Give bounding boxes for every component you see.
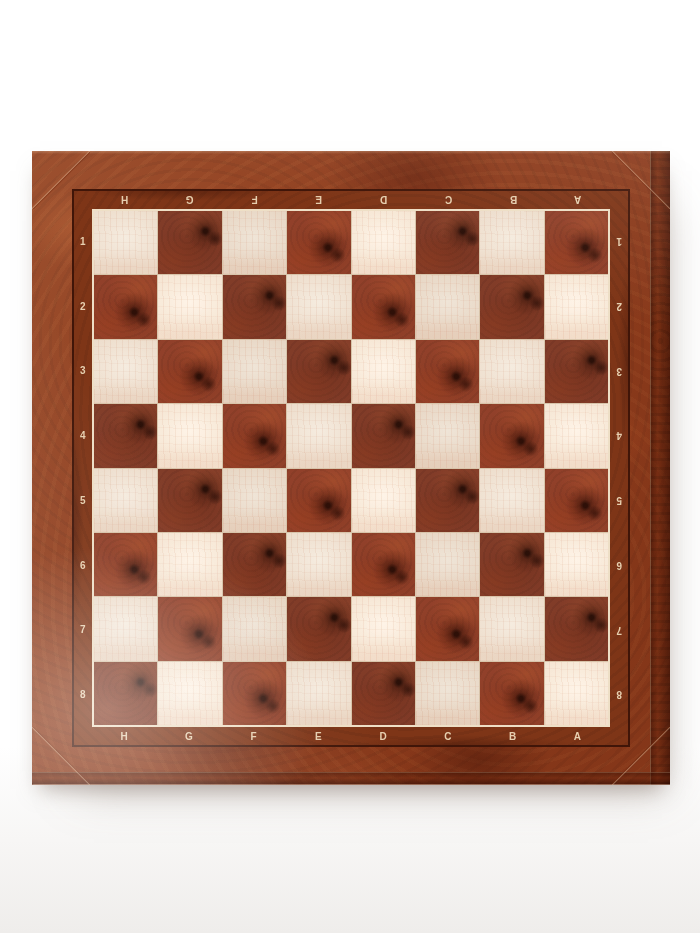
square-c8[interactable] xyxy=(416,662,479,725)
rank-label: 5 xyxy=(74,468,92,533)
square-f1[interactable] xyxy=(223,211,286,274)
square-b6[interactable] xyxy=(480,533,543,596)
square-h8[interactable] xyxy=(94,662,157,725)
square-c6[interactable] xyxy=(416,533,479,596)
square-d2[interactable] xyxy=(352,275,415,338)
square-c1[interactable] xyxy=(416,211,479,274)
square-b2[interactable] xyxy=(480,275,543,338)
coordinate-border: HGFEDCBA 12345678 12345678 HGFEDCBA xyxy=(72,189,630,747)
square-b5[interactable] xyxy=(480,469,543,532)
square-h2[interactable] xyxy=(94,275,157,338)
rank-label: 4 xyxy=(74,403,92,468)
square-c5[interactable] xyxy=(416,469,479,532)
square-e7[interactable] xyxy=(287,597,350,660)
file-label: D xyxy=(351,191,416,209)
square-e4[interactable] xyxy=(287,404,350,467)
square-d1[interactable] xyxy=(352,211,415,274)
rank-label: 3 xyxy=(610,339,628,404)
square-d7[interactable] xyxy=(352,597,415,660)
file-label: A xyxy=(545,191,610,209)
board-edge-top-highlight xyxy=(32,151,670,154)
file-label: B xyxy=(481,191,546,209)
rank-label: 7 xyxy=(610,598,628,663)
rank-label: 7 xyxy=(74,598,92,663)
square-f6[interactable] xyxy=(223,533,286,596)
rank-label: 1 xyxy=(610,209,628,274)
file-label: G xyxy=(157,191,222,209)
square-f5[interactable] xyxy=(223,469,286,532)
square-g5[interactable] xyxy=(158,469,221,532)
square-a6[interactable] xyxy=(545,533,608,596)
file-label: C xyxy=(416,191,481,209)
file-label: H xyxy=(92,191,157,209)
square-f7[interactable] xyxy=(223,597,286,660)
square-b4[interactable] xyxy=(480,404,543,467)
square-a1[interactable] xyxy=(545,211,608,274)
square-g6[interactable] xyxy=(158,533,221,596)
square-b1[interactable] xyxy=(480,211,543,274)
square-a2[interactable] xyxy=(545,275,608,338)
rank-label: 4 xyxy=(610,403,628,468)
rank-label: 8 xyxy=(74,662,92,727)
square-h1[interactable] xyxy=(94,211,157,274)
rank-label: 6 xyxy=(610,533,628,598)
file-label: F xyxy=(222,727,287,745)
square-g4[interactable] xyxy=(158,404,221,467)
square-c4[interactable] xyxy=(416,404,479,467)
square-f4[interactable] xyxy=(223,404,286,467)
square-a3[interactable] xyxy=(545,340,608,403)
square-h6[interactable] xyxy=(94,533,157,596)
square-e5[interactable] xyxy=(287,469,350,532)
file-label: F xyxy=(222,191,287,209)
square-e6[interactable] xyxy=(287,533,350,596)
file-label: D xyxy=(351,727,416,745)
rank-label: 6 xyxy=(74,533,92,598)
file-label: G xyxy=(157,727,222,745)
file-label: E xyxy=(286,727,351,745)
square-g7[interactable] xyxy=(158,597,221,660)
square-h3[interactable] xyxy=(94,340,157,403)
rank-labels-left: 12345678 xyxy=(74,209,92,727)
file-labels-top: HGFEDCBA xyxy=(92,191,610,209)
board-edge-bottom-bevel xyxy=(32,772,670,785)
square-b7[interactable] xyxy=(480,597,543,660)
rank-label: 2 xyxy=(74,274,92,339)
chess-board: HGFEDCBA 12345678 12345678 HGFEDCBA xyxy=(32,151,670,785)
square-b8[interactable] xyxy=(480,662,543,725)
square-e2[interactable] xyxy=(287,275,350,338)
square-f2[interactable] xyxy=(223,275,286,338)
square-h7[interactable] xyxy=(94,597,157,660)
square-f3[interactable] xyxy=(223,340,286,403)
square-d8[interactable] xyxy=(352,662,415,725)
square-d6[interactable] xyxy=(352,533,415,596)
product-photo-background: HGFEDCBA 12345678 12345678 HGFEDCBA xyxy=(0,0,700,933)
file-label: C xyxy=(416,727,481,745)
square-g8[interactable] xyxy=(158,662,221,725)
square-a8[interactable] xyxy=(545,662,608,725)
rank-label: 1 xyxy=(74,209,92,274)
square-h4[interactable] xyxy=(94,404,157,467)
square-c3[interactable] xyxy=(416,340,479,403)
square-d5[interactable] xyxy=(352,469,415,532)
square-h5[interactable] xyxy=(94,469,157,532)
board-frame: HGFEDCBA 12345678 12345678 HGFEDCBA xyxy=(32,151,670,785)
square-c7[interactable] xyxy=(416,597,479,660)
rank-label: 3 xyxy=(74,339,92,404)
square-c2[interactable] xyxy=(416,275,479,338)
square-a5[interactable] xyxy=(545,469,608,532)
file-label: H xyxy=(92,727,157,745)
square-g2[interactable] xyxy=(158,275,221,338)
play-area xyxy=(92,209,610,727)
square-g3[interactable] xyxy=(158,340,221,403)
rank-label: 8 xyxy=(610,662,628,727)
square-b3[interactable] xyxy=(480,340,543,403)
file-labels-bottom: HGFEDCBA xyxy=(92,727,610,745)
file-label: E xyxy=(286,191,351,209)
square-d3[interactable] xyxy=(352,340,415,403)
file-label: B xyxy=(481,727,546,745)
square-a7[interactable] xyxy=(545,597,608,660)
board-edge-right-bevel xyxy=(650,151,670,785)
square-e1[interactable] xyxy=(287,211,350,274)
file-label: A xyxy=(545,727,610,745)
rank-label: 5 xyxy=(610,468,628,533)
square-f8[interactable] xyxy=(223,662,286,725)
square-e8[interactable] xyxy=(287,662,350,725)
rank-label: 2 xyxy=(610,274,628,339)
square-a4[interactable] xyxy=(545,404,608,467)
square-e3[interactable] xyxy=(287,340,350,403)
square-d4[interactable] xyxy=(352,404,415,467)
square-g1[interactable] xyxy=(158,211,221,274)
rank-labels-right: 12345678 xyxy=(610,209,628,727)
